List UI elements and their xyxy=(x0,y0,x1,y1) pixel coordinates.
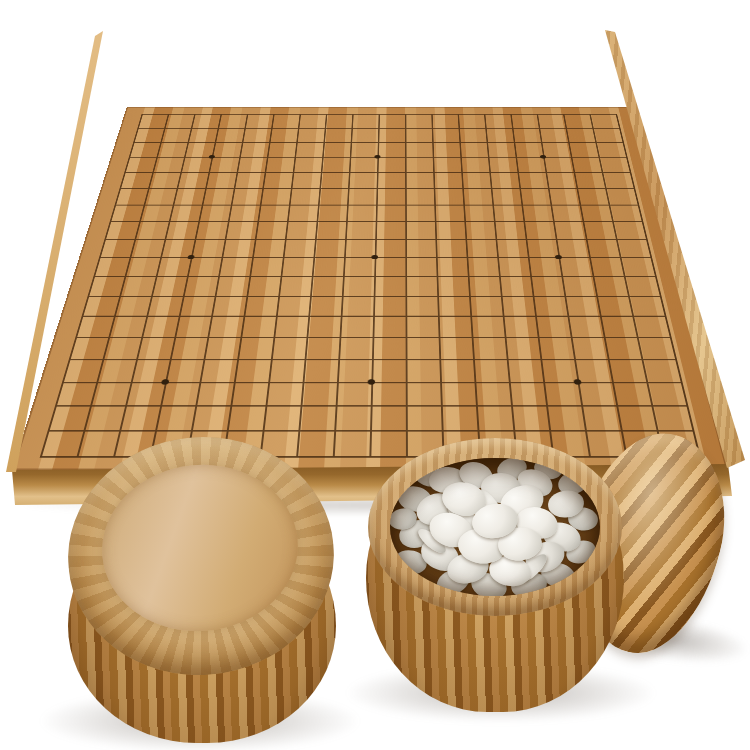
board-cell xyxy=(574,359,612,382)
board-cell xyxy=(298,114,326,128)
board-cell xyxy=(579,204,612,221)
board-cell xyxy=(287,204,318,221)
board-cell xyxy=(546,406,585,431)
board-cell xyxy=(343,257,375,276)
board-cell xyxy=(255,221,287,239)
board-cell xyxy=(528,257,562,276)
stones-layer xyxy=(390,458,600,596)
board-cell xyxy=(296,128,324,142)
board-cell xyxy=(234,172,265,188)
board-cell xyxy=(237,337,273,359)
board-cell xyxy=(537,114,566,128)
board-cell xyxy=(215,128,245,142)
board-cell xyxy=(169,204,202,221)
board-cell xyxy=(156,142,187,157)
board-cell xyxy=(616,406,656,431)
board-cell xyxy=(609,204,642,221)
board-cell xyxy=(170,337,208,359)
board-cell xyxy=(507,359,543,382)
board-cell xyxy=(574,172,605,188)
board-cell xyxy=(295,142,324,157)
board-cell xyxy=(314,239,346,257)
board-cell xyxy=(521,204,553,221)
board-cell xyxy=(406,337,440,359)
board-cell xyxy=(510,114,538,128)
board-cell xyxy=(476,406,513,431)
board-cell xyxy=(103,337,142,359)
board-cell xyxy=(119,406,160,431)
board-cell xyxy=(472,337,507,359)
board-cell xyxy=(439,359,474,382)
board-cell xyxy=(583,221,616,239)
board-cell xyxy=(558,257,592,276)
board-cell xyxy=(262,172,292,188)
board-cell xyxy=(84,406,126,431)
board-cell xyxy=(439,337,473,359)
board-cell xyxy=(115,188,148,204)
board-cell xyxy=(561,276,596,296)
board-cell xyxy=(348,172,377,188)
board-cell xyxy=(228,204,260,221)
board-cell xyxy=(373,316,406,337)
board-cell xyxy=(437,276,469,296)
board-cell xyxy=(267,142,296,157)
board-cell xyxy=(165,221,199,239)
board-cell xyxy=(458,114,486,128)
board-cell xyxy=(604,337,642,359)
go-board xyxy=(12,0,745,470)
board-cell xyxy=(377,172,406,188)
board-cell xyxy=(345,221,376,239)
board-cell xyxy=(187,257,222,276)
board-cell xyxy=(156,257,191,276)
board-cell xyxy=(252,239,285,257)
board-cell xyxy=(180,157,211,172)
board-cell xyxy=(616,239,650,257)
board-cell xyxy=(350,142,378,157)
board-cell xyxy=(308,296,342,316)
board-cell xyxy=(378,114,405,128)
board-cell xyxy=(155,406,195,431)
board-cell xyxy=(160,382,199,406)
board-cell xyxy=(342,276,374,296)
board-cell xyxy=(608,359,647,382)
board-cell xyxy=(641,359,680,382)
board-cell xyxy=(375,221,405,239)
board-cell xyxy=(110,204,144,221)
board-cell xyxy=(523,221,555,239)
board-cell xyxy=(473,359,509,382)
board-cell xyxy=(565,128,595,142)
board-cell xyxy=(315,221,346,239)
board-cell xyxy=(571,337,608,359)
board-cell xyxy=(581,406,621,431)
board-cell xyxy=(589,114,619,128)
board-cell xyxy=(320,172,349,188)
board-cell xyxy=(405,172,434,188)
board-cell xyxy=(241,316,276,337)
board-cell xyxy=(160,128,191,142)
board-cell xyxy=(337,359,372,382)
board-cell xyxy=(205,172,236,188)
board-cell xyxy=(576,188,608,204)
board-cell xyxy=(405,128,432,142)
board-cell xyxy=(218,257,252,276)
board-cell xyxy=(487,142,516,157)
board-cell xyxy=(139,204,173,221)
board-cell xyxy=(612,221,646,239)
board-cell xyxy=(598,157,629,172)
board-cell xyxy=(289,188,319,204)
board-cell xyxy=(135,221,169,239)
board-cell xyxy=(620,257,655,276)
board-cell xyxy=(281,257,314,276)
board-cell xyxy=(434,188,464,204)
board-cell xyxy=(114,296,151,316)
board-cell xyxy=(405,239,436,257)
board-cell xyxy=(136,337,174,359)
board-cell xyxy=(514,142,543,157)
board-cell xyxy=(405,157,433,172)
board-cell xyxy=(586,239,620,257)
board-cell xyxy=(405,188,434,204)
board-cell xyxy=(488,157,518,172)
board-cell xyxy=(177,172,209,188)
board-cell xyxy=(195,382,234,406)
board-cell xyxy=(564,296,599,316)
board-cell xyxy=(406,382,441,406)
board-cell xyxy=(141,316,178,337)
board-cell xyxy=(191,406,230,431)
board-cell xyxy=(291,172,321,188)
board-cell xyxy=(148,172,180,188)
board-cell xyxy=(378,128,405,142)
board-cell xyxy=(285,221,317,239)
board-cell xyxy=(371,382,406,406)
board-cell xyxy=(310,276,343,296)
board-cell xyxy=(146,296,183,316)
board-cell xyxy=(318,188,348,204)
board-cell xyxy=(435,221,466,239)
board-cell xyxy=(265,157,295,172)
board-cell xyxy=(268,359,304,382)
board-cell xyxy=(271,114,299,128)
board-cell xyxy=(437,296,470,316)
board-cell xyxy=(222,239,255,257)
board-cell xyxy=(526,239,559,257)
board-cell xyxy=(334,406,370,431)
board-cell xyxy=(204,337,241,359)
board-cell xyxy=(278,276,311,296)
board-cell xyxy=(543,382,581,406)
board-cell xyxy=(646,382,686,406)
board-cell xyxy=(592,128,622,142)
board-cell xyxy=(371,359,405,382)
board-cell xyxy=(276,296,310,316)
board-cell xyxy=(496,239,528,257)
board-cell xyxy=(227,406,266,431)
board-cell xyxy=(405,114,432,128)
board-cell xyxy=(538,337,574,359)
board-cell xyxy=(374,257,405,276)
board-cell xyxy=(237,157,267,172)
board-cell xyxy=(188,128,218,142)
board-cell xyxy=(596,296,632,316)
board-cell xyxy=(485,128,514,142)
board-cell xyxy=(405,221,435,239)
board-cell xyxy=(301,382,337,406)
board-cell xyxy=(179,296,215,316)
board-cell xyxy=(546,172,577,188)
board-cell xyxy=(108,316,146,337)
board-cell xyxy=(637,337,675,359)
board-cell xyxy=(234,359,271,382)
board-cell xyxy=(218,114,247,128)
board-cell xyxy=(624,276,660,296)
board-cell xyxy=(605,188,638,204)
board-cell xyxy=(242,128,271,142)
board-cell xyxy=(432,142,460,157)
board-cell xyxy=(138,114,168,128)
open-stone-bowl xyxy=(366,438,624,714)
board-cell xyxy=(321,157,350,172)
board-cell xyxy=(435,239,466,257)
board-cell xyxy=(602,172,634,188)
board-cell xyxy=(651,406,692,431)
go-board-surface xyxy=(12,107,728,470)
star-point xyxy=(374,155,380,158)
board-cell xyxy=(464,221,495,239)
board-cell xyxy=(125,382,165,406)
board-cell xyxy=(215,276,250,296)
board-cell xyxy=(567,316,603,337)
board-cell xyxy=(503,316,538,337)
board-cell xyxy=(333,430,370,456)
board-cell xyxy=(303,359,339,382)
board-cell xyxy=(405,296,437,316)
go-board-grid xyxy=(40,114,701,458)
board-cell xyxy=(209,157,240,172)
board-cell xyxy=(509,382,546,406)
board-cell xyxy=(511,406,549,431)
board-cell xyxy=(540,359,577,382)
board-cell xyxy=(406,316,439,337)
board-cell xyxy=(467,257,499,276)
board-cell xyxy=(436,257,468,276)
board-cell xyxy=(312,257,344,276)
board-cell xyxy=(263,406,301,431)
board-cell xyxy=(129,142,161,157)
board-cell xyxy=(462,188,492,204)
board-cell xyxy=(151,276,187,296)
board-cell xyxy=(501,296,535,316)
board-cell xyxy=(195,221,228,239)
board-cell xyxy=(198,204,231,221)
board-cell xyxy=(133,128,164,142)
board-cell xyxy=(249,257,282,276)
board-cell xyxy=(571,157,602,172)
board-cell xyxy=(376,188,405,204)
board-cell xyxy=(434,204,464,221)
board-cell xyxy=(231,188,262,204)
board-cell xyxy=(470,316,504,337)
board-cell xyxy=(324,128,352,142)
board-cell xyxy=(200,359,238,382)
board-cell xyxy=(406,406,442,431)
board-cell xyxy=(553,221,586,239)
board-cell xyxy=(519,188,550,204)
board-cell xyxy=(298,406,335,431)
board-cell xyxy=(191,114,221,128)
board-cell xyxy=(578,382,617,406)
board-cell xyxy=(563,114,592,128)
board-cell xyxy=(468,276,501,296)
board-cell xyxy=(469,296,503,316)
board-cell xyxy=(593,276,628,296)
board-cell xyxy=(465,239,497,257)
board-cell xyxy=(322,142,350,157)
board-cell xyxy=(463,204,494,221)
board-cell xyxy=(175,316,212,337)
board-cell xyxy=(533,296,568,316)
board-cell xyxy=(612,382,651,406)
board-cell xyxy=(247,276,281,296)
board-cell xyxy=(351,128,379,142)
board-cell xyxy=(459,142,488,157)
board-cell xyxy=(374,276,406,296)
board-cell xyxy=(589,257,624,276)
board-cell xyxy=(405,276,437,296)
star-point xyxy=(540,155,547,158)
board-cell xyxy=(266,382,303,406)
board-cell xyxy=(491,188,522,204)
board-cell xyxy=(431,114,458,128)
board-cell xyxy=(211,296,246,316)
board-cell xyxy=(202,188,234,204)
board-cell xyxy=(239,142,269,157)
board-cell xyxy=(305,337,340,359)
board-cell xyxy=(293,157,322,172)
board-cell xyxy=(375,239,406,257)
board-cell xyxy=(125,257,161,276)
board-cell xyxy=(517,172,547,188)
board-cell xyxy=(433,172,462,188)
board-cell xyxy=(164,114,194,128)
board-cell xyxy=(317,204,348,221)
board-cell xyxy=(505,337,541,359)
board-cell xyxy=(405,257,436,276)
board-cell xyxy=(373,296,405,316)
board-cell xyxy=(258,204,290,221)
board-cell xyxy=(283,239,315,257)
board-cell xyxy=(541,142,571,157)
board-cell xyxy=(130,239,165,257)
board-cell xyxy=(494,221,526,239)
board-cell xyxy=(336,382,372,406)
board-cell xyxy=(347,188,376,204)
board-cell xyxy=(165,359,203,382)
closed-stone-bowl xyxy=(66,437,338,745)
board-cell xyxy=(90,382,131,406)
board-cell xyxy=(144,188,177,204)
board-cell xyxy=(535,316,571,337)
board-cell xyxy=(269,128,298,142)
board-cell xyxy=(438,316,472,337)
board-cell xyxy=(406,359,440,382)
board-cell xyxy=(497,257,530,276)
board-cell xyxy=(349,157,377,172)
board-cell xyxy=(556,239,589,257)
board-cell xyxy=(405,204,435,221)
board-cell xyxy=(539,128,568,142)
board-cell xyxy=(632,316,670,337)
board-cell xyxy=(595,142,626,157)
board-cell xyxy=(351,114,378,128)
board-cell xyxy=(346,204,376,221)
board-cell xyxy=(489,172,519,188)
board-cell xyxy=(274,316,309,337)
board-cell xyxy=(460,157,489,172)
board-cell xyxy=(370,406,406,431)
board-cell xyxy=(499,276,533,296)
board-cell xyxy=(474,382,511,406)
board-cell xyxy=(530,276,564,296)
board-cell xyxy=(97,359,137,382)
board-cell xyxy=(441,406,478,431)
board-cell xyxy=(173,188,205,204)
board-cell xyxy=(377,157,405,172)
board-cell xyxy=(271,337,307,359)
board-cell xyxy=(600,316,637,337)
board-cell xyxy=(120,276,156,296)
board-cell xyxy=(516,157,546,172)
board-cell xyxy=(433,157,462,172)
board-cell xyxy=(120,172,153,188)
product-photo-scene xyxy=(0,0,750,750)
board-cell xyxy=(458,128,486,142)
board-cell xyxy=(461,172,491,188)
board-cell xyxy=(568,142,598,157)
board-cell xyxy=(492,204,523,221)
board-cell xyxy=(212,142,242,157)
board-cell xyxy=(512,128,541,142)
board-cell xyxy=(548,188,580,204)
board-cell xyxy=(341,296,374,316)
board-cell xyxy=(372,337,406,359)
board-cell xyxy=(432,128,460,142)
board-cell xyxy=(550,204,582,221)
board-cell xyxy=(344,239,375,257)
board-cell xyxy=(377,142,405,157)
board-cell xyxy=(543,157,573,172)
board-cell xyxy=(183,276,218,296)
board-cell xyxy=(152,157,184,172)
board-cell xyxy=(225,221,258,239)
board-cell xyxy=(208,316,244,337)
board-cell xyxy=(405,142,433,157)
board-cell xyxy=(307,316,341,337)
board-cell xyxy=(245,114,274,128)
board-cell xyxy=(244,296,279,316)
board-cell xyxy=(484,114,512,128)
board-cell xyxy=(260,188,291,204)
board-cell xyxy=(340,316,374,337)
star-point xyxy=(555,255,562,259)
board-cell xyxy=(440,382,476,406)
board-cell xyxy=(338,337,372,359)
board-cell xyxy=(325,114,353,128)
board-cell xyxy=(628,296,665,316)
